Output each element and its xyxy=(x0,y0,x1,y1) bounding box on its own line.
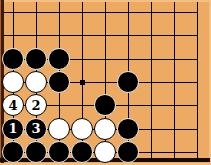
stone-white-C2 xyxy=(48,118,70,140)
stone-black-B1 xyxy=(25,141,47,163)
stone-black-C5 xyxy=(48,48,70,70)
stone-black-C1 xyxy=(48,141,70,163)
stone-black-C4 xyxy=(48,71,70,93)
stone-black-B2: 3 xyxy=(25,118,47,140)
stone-black-A5 xyxy=(2,48,24,70)
stone-white-B3: 2 xyxy=(25,94,47,116)
stone-white-A4 xyxy=(2,71,24,93)
stone-black-E3 xyxy=(94,94,116,116)
move-number-3: 3 xyxy=(31,122,40,135)
move-number-4: 4 xyxy=(8,99,17,112)
move-number-2: 2 xyxy=(31,99,40,112)
stone-black-D1 xyxy=(71,141,93,163)
move-number-1: 1 xyxy=(8,122,17,135)
stone-black-A2: 1 xyxy=(2,118,24,140)
stone-black-F4 xyxy=(117,71,139,93)
stone-white-E2 xyxy=(94,118,116,140)
stone-black-B5 xyxy=(25,48,47,70)
stone-black-A1 xyxy=(2,141,24,163)
stone-white-D2 xyxy=(71,118,93,140)
stones: 4213 xyxy=(0,0,211,165)
stone-white-E1 xyxy=(94,141,116,163)
go-board: 4213 xyxy=(0,0,211,165)
stone-black-F1 xyxy=(117,141,139,163)
stone-black-F2 xyxy=(117,118,139,140)
stone-white-B4 xyxy=(25,71,47,93)
stone-white-A3: 4 xyxy=(2,94,24,116)
